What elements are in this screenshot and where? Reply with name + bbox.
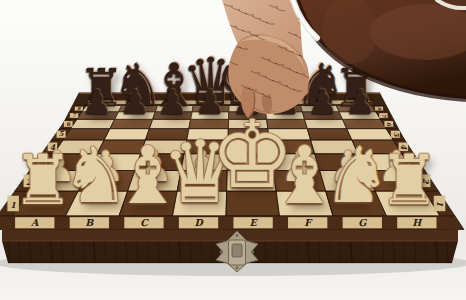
chessboard-photo-scene: ABCDEFGH1122334455667788ABCDEFGH ♜♞♝♛♚♝♞… <box>0 0 466 300</box>
leather-sleeve <box>297 0 466 99</box>
hand-and-sleeve-layer <box>0 0 466 300</box>
